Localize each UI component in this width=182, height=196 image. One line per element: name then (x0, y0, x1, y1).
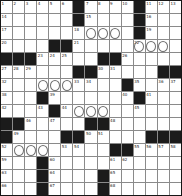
cell-4-4[interactable] (37, 40, 48, 52)
cell-13-3[interactable] (25, 157, 36, 169)
cell-15-8[interactable] (85, 183, 96, 195)
cell-2-5[interactable] (49, 14, 60, 26)
block-cell-5-1 (1, 53, 12, 65)
clue-number: 23 (38, 53, 43, 58)
block-cell-6-8 (85, 66, 96, 78)
cell-1-9[interactable]: 8 (98, 1, 109, 13)
clue-number: 15 (86, 14, 91, 19)
circle-marker (98, 28, 108, 39)
clue-number: 63 (2, 170, 7, 175)
clue-number: 24 (50, 53, 55, 58)
cell-13-15[interactable] (170, 157, 181, 169)
clue-number: 57 (158, 144, 163, 149)
cell-8-7[interactable] (73, 92, 84, 104)
cell-4-2[interactable] (13, 40, 24, 52)
clue-number: 3 (26, 1, 29, 6)
cell-2-2[interactable] (13, 14, 24, 26)
clue-number: 42 (2, 105, 7, 110)
cell-15-3[interactable] (25, 183, 36, 195)
clue-number: 11 (146, 1, 151, 6)
clue-number: 18 (74, 27, 79, 32)
cell-4-14[interactable] (158, 40, 169, 52)
cell-2-13[interactable]: 16 (146, 14, 157, 26)
block-cell-6-7 (73, 66, 84, 78)
cell-10-10[interactable]: 48 (110, 118, 121, 130)
clue-number: 2 (14, 1, 17, 6)
clue-number: 13 (170, 1, 175, 6)
block-cell-4-6 (61, 40, 72, 52)
cell-13-7[interactable] (73, 157, 84, 169)
cell-8-13[interactable]: 41 (146, 92, 157, 104)
cell-8-10[interactable] (110, 92, 121, 104)
cell-15-15[interactable] (170, 183, 181, 195)
circle-marker (74, 106, 84, 117)
cell-13-12[interactable] (134, 157, 145, 169)
block-cell-10-1 (1, 118, 12, 130)
cell-12-7[interactable]: 54 (73, 144, 84, 156)
cell-1-1[interactable]: 1 (1, 1, 12, 13)
cell-7-9[interactable] (98, 79, 109, 91)
cell-3-8[interactable] (85, 27, 96, 39)
cell-15-12[interactable] (134, 183, 145, 195)
cell-9-6[interactable]: 44 (61, 105, 72, 117)
cell-2-4[interactable] (37, 14, 48, 26)
block-cell-5-2 (13, 53, 24, 65)
cell-8-14[interactable] (158, 92, 169, 104)
block-cell-5-10 (110, 53, 121, 65)
cell-9-8[interactable] (85, 105, 96, 117)
clue-number: 17 (2, 27, 7, 32)
clue-number: 44 (62, 105, 67, 110)
cell-7-8[interactable]: 34 (85, 79, 96, 91)
cell-8-5[interactable]: 39 (49, 92, 60, 104)
cell-6-10[interactable]: 31 (110, 66, 121, 78)
block-cell-5-9 (98, 53, 109, 65)
cell-14-7[interactable] (73, 170, 84, 182)
cell-12-14[interactable]: 57 (158, 144, 169, 156)
cell-13-10[interactable]: 61 (110, 157, 121, 169)
cell-12-9[interactable] (98, 144, 109, 156)
cell-6-9[interactable]: 30 (98, 66, 109, 78)
cell-13-13[interactable] (146, 157, 157, 169)
clue-number: 16 (146, 14, 151, 19)
cell-7-15[interactable]: 37 (170, 79, 181, 91)
block-cell-11-13 (146, 131, 157, 143)
cell-7-7[interactable]: 33 (73, 79, 84, 91)
clue-number: 45 (134, 105, 139, 110)
cell-2-1[interactable]: 14 (1, 14, 12, 26)
cell-5-12[interactable] (134, 53, 145, 65)
cell-9-9[interactable] (98, 105, 109, 117)
cell-12-3[interactable] (25, 144, 36, 156)
block-cell-2-12 (134, 14, 145, 26)
cell-4-8[interactable] (85, 40, 96, 52)
clue-number: 61 (110, 157, 115, 162)
block-cell-8-4 (37, 92, 48, 104)
clue-number: 49 (14, 131, 19, 136)
clue-number: 25 (62, 53, 67, 58)
cell-5-6[interactable]: 25 (61, 53, 72, 65)
cell-3-4[interactable] (37, 27, 48, 39)
cell-11-4[interactable] (37, 131, 48, 143)
cell-9-10[interactable] (110, 105, 121, 117)
clue-number: 28 (14, 66, 19, 71)
cell-4-13[interactable] (146, 40, 157, 52)
cell-5-14[interactable] (158, 53, 169, 65)
cell-5-5[interactable]: 24 (49, 53, 60, 65)
block-cell-14-4 (37, 170, 48, 182)
block-cell-12-11 (122, 144, 133, 156)
cell-6-3[interactable]: 29 (25, 66, 36, 78)
clue-number: 58 (170, 144, 175, 149)
cell-15-10[interactable]: 68 (110, 183, 121, 195)
cell-1-3[interactable]: 3 (25, 1, 36, 13)
cell-10-14[interactable] (158, 118, 169, 130)
cell-5-11[interactable]: 26 (122, 53, 133, 65)
clue-number: 67 (50, 183, 55, 188)
block-cell-10-9 (98, 118, 109, 130)
cell-4-10[interactable] (110, 40, 121, 52)
cell-4-1[interactable]: 20 (1, 40, 12, 52)
block-cell-12-10 (110, 144, 121, 156)
clue-number: 9 (110, 1, 113, 6)
cell-15-7[interactable] (73, 183, 84, 195)
cell-7-14[interactable]: 36 (158, 79, 169, 91)
cell-12-4[interactable] (37, 144, 48, 156)
cell-4-3[interactable] (25, 40, 36, 52)
block-cell-11-7 (73, 131, 84, 143)
cell-14-8[interactable] (85, 170, 96, 182)
circle-marker (98, 106, 108, 117)
circle-marker (50, 80, 60, 91)
cell-13-1[interactable]: 59 (1, 157, 12, 169)
clue-number: 6 (62, 1, 65, 6)
cell-9-4[interactable]: 43 (37, 105, 48, 117)
block-cell-3-12 (134, 27, 145, 39)
cell-13-14[interactable] (158, 157, 169, 169)
cell-4-11[interactable] (122, 40, 133, 52)
cell-15-2[interactable] (13, 183, 24, 195)
clue-number: 1 (2, 1, 5, 6)
cell-2-14[interactable] (158, 14, 169, 26)
cell-14-3[interactable] (25, 170, 36, 182)
clue-number: 52 (2, 144, 7, 149)
cell-12-5[interactable] (49, 144, 60, 156)
circle-marker (86, 28, 96, 39)
cell-14-10[interactable]: 65 (110, 170, 121, 182)
cell-15-1[interactable]: 66 (1, 183, 12, 195)
cell-3-2[interactable] (13, 27, 24, 39)
clue-number: 36 (158, 79, 163, 84)
cell-2-6[interactable] (61, 14, 72, 26)
cell-1-8[interactable]: 7 (85, 1, 96, 13)
clue-number: 10 (122, 1, 127, 6)
clue-number: 60 (50, 157, 55, 162)
cell-7-6[interactable] (61, 79, 72, 91)
cell-9-15[interactable] (170, 105, 181, 117)
cell-8-15[interactable] (170, 92, 181, 104)
cell-5-8[interactable] (85, 53, 96, 65)
clue-number: 29 (26, 66, 31, 71)
cell-14-14[interactable] (158, 170, 169, 182)
cell-2-15[interactable] (170, 14, 181, 26)
cell-6-12[interactable] (134, 66, 145, 78)
clue-number: 20 (2, 40, 7, 45)
cell-15-6[interactable] (61, 183, 72, 195)
clue-number: 31 (110, 66, 115, 71)
cell-3-14[interactable] (158, 27, 169, 39)
circle-marker (62, 80, 72, 91)
cell-7-1[interactable]: 32 (1, 79, 12, 91)
block-cell-6-14 (158, 66, 169, 78)
clue-number: 64 (50, 170, 55, 175)
cell-15-14[interactable] (158, 183, 169, 195)
block-cell-10-8 (85, 118, 96, 130)
cell-2-3[interactable] (25, 14, 36, 26)
cell-11-11[interactable] (122, 131, 133, 143)
cell-7-4[interactable] (37, 79, 48, 91)
cell-9-14[interactable] (158, 105, 169, 117)
cell-9-13[interactable] (146, 105, 157, 117)
cell-15-13[interactable] (146, 183, 157, 195)
clue-number: 38 (2, 92, 7, 97)
cell-1-5[interactable]: 5 (49, 1, 60, 13)
clue-number: 27 (2, 66, 7, 71)
cell-3-1[interactable]: 17 (1, 27, 12, 39)
block-cell-10-2 (13, 118, 24, 130)
cell-6-5[interactable] (49, 66, 60, 78)
cell-9-3[interactable] (25, 105, 36, 117)
clue-number: 35 (134, 79, 139, 84)
block-cell-14-9 (98, 170, 109, 182)
cell-2-9[interactable] (98, 14, 109, 26)
cell-7-13[interactable] (146, 79, 157, 91)
block-cell-5-3 (25, 53, 36, 65)
circle-marker (146, 41, 156, 52)
cell-8-11[interactable]: 40 (122, 92, 133, 104)
clue-number: 47 (50, 118, 55, 123)
clue-number: 5 (50, 1, 53, 6)
block-cell-4-5 (49, 40, 60, 52)
circle-marker (38, 80, 48, 91)
circle-marker (86, 106, 96, 117)
clue-number: 8 (98, 1, 101, 6)
cell-14-12[interactable] (134, 170, 145, 182)
clue-number: 39 (50, 92, 55, 97)
cell-3-11[interactable] (122, 27, 133, 39)
cell-3-5[interactable] (49, 27, 60, 39)
cell-1-15[interactable]: 13 (170, 1, 181, 13)
cell-14-11[interactable] (122, 170, 133, 182)
clue-number: 51 (98, 131, 103, 136)
clue-number: 41 (146, 92, 151, 97)
cell-1-10[interactable]: 9 (110, 1, 121, 13)
crossword-grid: 1234567891011121314151617181920212223242… (0, 0, 182, 196)
cell-10-11[interactable] (122, 118, 133, 130)
cell-5-7[interactable] (73, 53, 84, 65)
cell-10-12[interactable] (134, 118, 145, 130)
block-cell-15-9 (98, 183, 109, 195)
cell-1-2[interactable]: 2 (13, 1, 24, 13)
cell-13-5[interactable]: 60 (49, 157, 60, 169)
block-cell-11-14 (158, 131, 169, 143)
clue-number: 30 (98, 66, 103, 71)
cell-1-14[interactable]: 12 (158, 1, 169, 13)
cell-1-6[interactable]: 6 (61, 1, 72, 13)
block-cell-6-15 (170, 66, 181, 78)
cell-9-12[interactable]: 45 (134, 105, 145, 117)
cell-1-4[interactable]: 4 (37, 1, 48, 13)
clue-number: 66 (2, 183, 7, 188)
cell-13-2[interactable] (13, 157, 24, 169)
cell-3-13[interactable]: 19 (146, 27, 157, 39)
circle-marker (110, 28, 120, 39)
cell-1-13[interactable]: 11 (146, 1, 157, 13)
cell-12-12[interactable]: 55 (134, 144, 145, 156)
cell-4-12[interactable]: 22 (134, 40, 145, 52)
cell-15-5[interactable]: 67 (49, 183, 60, 195)
cell-11-5[interactable] (49, 131, 60, 143)
block-cell-8-12 (134, 92, 145, 104)
cell-12-15[interactable]: 58 (170, 144, 181, 156)
cell-6-11[interactable] (122, 66, 133, 78)
cell-11-8[interactable]: 50 (85, 131, 96, 143)
cell-3-10[interactable] (110, 27, 121, 39)
cell-10-7[interactable] (73, 118, 84, 130)
clue-number: 26 (122, 53, 127, 58)
cell-9-1[interactable]: 42 (1, 105, 12, 117)
clue-number: 62 (122, 157, 127, 162)
cell-2-10[interactable] (110, 14, 121, 26)
cell-3-6[interactable] (61, 27, 72, 39)
cell-3-3[interactable] (25, 27, 36, 39)
circle-marker (134, 41, 144, 52)
cell-5-13[interactable] (146, 53, 157, 65)
block-cell-15-4 (37, 183, 48, 195)
cell-14-6[interactable] (61, 170, 72, 182)
cell-6-4[interactable] (37, 66, 48, 78)
cell-12-8[interactable] (85, 144, 96, 156)
clue-number: 12 (158, 1, 163, 6)
cell-10-5[interactable]: 47 (49, 118, 60, 130)
clue-number: 14 (2, 14, 7, 19)
block-cell-1-12 (134, 1, 145, 13)
clue-number: 40 (122, 92, 127, 97)
cell-11-9[interactable]: 51 (98, 131, 109, 143)
block-cell-7-11 (122, 79, 133, 91)
cell-13-9[interactable] (98, 157, 109, 169)
cell-10-4[interactable] (37, 118, 48, 130)
cell-11-2[interactable]: 49 (13, 131, 24, 143)
clue-number: 53 (62, 144, 67, 149)
cell-6-2[interactable]: 28 (13, 66, 24, 78)
cell-8-3[interactable] (25, 92, 36, 104)
cell-6-6[interactable] (61, 66, 72, 78)
cell-15-11[interactable] (122, 183, 133, 195)
cell-8-1[interactable]: 38 (1, 92, 12, 104)
clue-number: 33 (74, 79, 79, 84)
cell-8-6[interactable] (61, 92, 72, 104)
cell-4-15[interactable] (170, 40, 181, 52)
cell-8-2[interactable] (13, 92, 24, 104)
cell-7-3[interactable] (25, 79, 36, 91)
clue-number: 4 (38, 1, 41, 6)
cell-10-3[interactable]: 46 (25, 118, 36, 130)
clue-number: 43 (38, 105, 43, 110)
block-cell-1-7 (73, 1, 84, 13)
clue-number: 54 (74, 144, 79, 149)
clue-number: 50 (86, 131, 91, 136)
block-cell-9-5 (49, 105, 60, 117)
cell-6-13[interactable] (146, 66, 157, 78)
cell-9-11[interactable] (122, 105, 133, 117)
circle-marker (14, 145, 24, 156)
clue-number: 19 (146, 27, 151, 32)
clue-number: 34 (86, 79, 91, 84)
clue-number: 48 (110, 118, 115, 123)
clue-number: 56 (146, 144, 151, 149)
cell-12-2[interactable] (13, 144, 24, 156)
cell-3-9[interactable] (98, 27, 109, 39)
cell-3-15[interactable] (170, 27, 181, 39)
circle-marker (158, 41, 168, 52)
cell-8-9[interactable] (98, 92, 109, 104)
cell-10-15[interactable] (170, 118, 181, 130)
cell-4-9[interactable] (98, 40, 109, 52)
cell-11-3[interactable] (25, 131, 36, 143)
cell-12-6[interactable]: 53 (61, 144, 72, 156)
clue-number: 46 (26, 118, 31, 123)
cell-14-1[interactable]: 63 (1, 170, 12, 182)
clue-number: 32 (2, 79, 7, 84)
circle-marker (38, 145, 48, 156)
cell-13-8[interactable] (85, 157, 96, 169)
cell-9-7[interactable] (73, 105, 84, 117)
block-cell-13-4 (37, 157, 48, 169)
cell-5-15[interactable] (170, 53, 181, 65)
cell-2-8[interactable]: 15 (85, 14, 96, 26)
cell-7-2[interactable] (13, 79, 24, 91)
cell-4-7[interactable]: 21 (73, 40, 84, 52)
cell-3-7[interactable]: 18 (73, 27, 84, 39)
cell-8-8[interactable] (85, 92, 96, 104)
clue-number: 37 (170, 79, 175, 84)
cell-10-6[interactable] (61, 118, 72, 130)
cell-7-10[interactable] (110, 79, 121, 91)
cell-14-15[interactable] (170, 170, 181, 182)
cell-13-11[interactable]: 62 (122, 157, 133, 169)
cell-14-2[interactable] (13, 170, 24, 182)
cell-11-12[interactable] (134, 131, 145, 143)
cell-1-11[interactable]: 10 (122, 1, 133, 13)
cell-14-13[interactable] (146, 170, 157, 182)
cell-6-1[interactable]: 27 (1, 66, 12, 78)
cell-12-1[interactable]: 52 (1, 144, 12, 156)
cell-13-6[interactable] (61, 157, 72, 169)
cell-7-5[interactable] (49, 79, 60, 91)
cell-11-10[interactable] (110, 131, 121, 143)
cell-12-13[interactable]: 56 (146, 144, 157, 156)
clue-number: 21 (74, 40, 79, 45)
clue-number: 7 (86, 1, 89, 6)
cell-14-5[interactable]: 64 (49, 170, 60, 182)
cell-10-13[interactable] (146, 118, 157, 130)
cell-2-11[interactable] (122, 14, 133, 26)
cell-7-12[interactable]: 35 (134, 79, 145, 91)
block-cell-11-15 (170, 131, 181, 143)
cell-5-4[interactable]: 23 (37, 53, 48, 65)
cell-9-2[interactable] (13, 105, 24, 117)
